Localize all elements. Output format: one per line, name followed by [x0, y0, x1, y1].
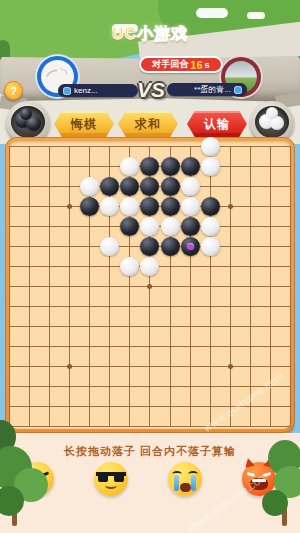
cloud-icon [247, 12, 265, 19]
vs-label: VS [131, 78, 171, 102]
black-stone [161, 157, 180, 176]
star-point [228, 204, 233, 209]
white-stone [120, 157, 139, 176]
white-stone [181, 197, 200, 216]
white-stone [120, 257, 139, 276]
black-stone [100, 177, 119, 196]
white-stone [100, 237, 119, 256]
black-stone [140, 197, 159, 216]
turn-unit: s [205, 60, 210, 70]
white-stone [140, 217, 159, 236]
page-title: UC小游戏 [0, 24, 300, 45]
white-stone [181, 177, 200, 196]
white-stone [201, 237, 220, 256]
emoji-crying-face-button[interactable] [168, 462, 202, 496]
resign-button[interactable]: 认输 [187, 111, 247, 137]
black-stone [140, 177, 159, 196]
black-stone [120, 177, 139, 196]
draw-button[interactable]: 求和 [118, 111, 178, 137]
loudly-crying-face-icon [168, 462, 202, 496]
black-stone [161, 177, 180, 196]
player-right-name: **蛋的青... [194, 84, 231, 95]
black-stone [120, 217, 139, 236]
help-button[interactable]: ? [4, 81, 23, 100]
white-stone [140, 257, 159, 276]
cloud-icon [196, 8, 228, 18]
black-stone [181, 157, 200, 176]
black-stone [181, 217, 200, 236]
star-point [67, 364, 72, 369]
white-stone [201, 157, 220, 176]
turn-label: 对手回合 [152, 58, 188, 71]
sunglasses-face-icon [94, 462, 128, 496]
black-stone [161, 197, 180, 216]
platform-badge-icon [234, 86, 242, 94]
bush-icon [262, 490, 288, 516]
turn-timer-badge: 对手回合 16 s [139, 56, 223, 73]
gomoku-board-grid[interactable] [9, 146, 291, 427]
undo-button[interactable]: 悔棋 [54, 111, 114, 137]
star-point [228, 364, 233, 369]
white-stone [80, 177, 99, 196]
white-stone [201, 217, 220, 236]
white-stone [120, 197, 139, 216]
black-stone [140, 157, 159, 176]
white-stone [201, 137, 220, 156]
white-stone [100, 197, 119, 216]
emoji-sunglasses-face-button[interactable] [94, 462, 128, 496]
black-stone [161, 237, 180, 256]
last-move-marker [187, 243, 194, 250]
turn-seconds: 16 [190, 59, 202, 71]
black-stone [80, 197, 99, 216]
hint-text: 长按拖动落子 回合内不落子算输 [0, 444, 300, 459]
star-point [67, 204, 72, 209]
player-right-name-pill: **蛋的青... [167, 83, 247, 96]
player-left-name-pill: kenz... [58, 84, 138, 97]
player-left-name: kenz... [74, 86, 98, 95]
white-stone [161, 217, 180, 236]
star-point [147, 284, 152, 289]
platform-badge-icon [63, 87, 71, 95]
black-stone [201, 197, 220, 216]
screen: UC小游戏 对手回合 16 s kenz... **蛋的青... VS ? 悔棋… [0, 0, 300, 533]
black-stone [181, 237, 200, 256]
black-stone [140, 237, 159, 256]
